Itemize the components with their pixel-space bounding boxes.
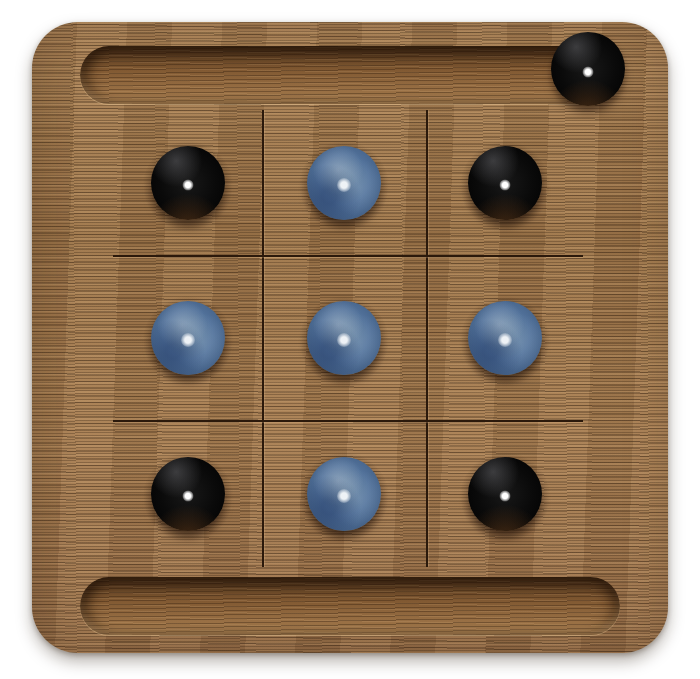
blue-marble[interactable] bbox=[307, 146, 381, 220]
marble-highlight-icon bbox=[182, 180, 193, 191]
marble-highlight-icon bbox=[337, 333, 351, 347]
cell-r2c3[interactable] bbox=[426, 255, 583, 420]
bottom-marble-tray bbox=[80, 577, 620, 635]
cell-r1c3[interactable] bbox=[426, 110, 583, 255]
game-board bbox=[32, 22, 668, 653]
spare-marble-slot[interactable] bbox=[551, 32, 625, 106]
top-marble-tray bbox=[80, 46, 620, 104]
cell-r2c1[interactable] bbox=[113, 255, 262, 420]
blue-marble[interactable] bbox=[468, 301, 542, 375]
marble-highlight-icon bbox=[337, 489, 351, 503]
marble-highlight-icon bbox=[583, 66, 594, 77]
marble-highlight-icon bbox=[181, 333, 195, 347]
black-marble[interactable] bbox=[551, 32, 625, 106]
marble-highlight-icon bbox=[337, 178, 351, 192]
black-marble[interactable] bbox=[151, 146, 225, 220]
cell-r3c1[interactable] bbox=[113, 420, 262, 567]
cell-r3c2[interactable] bbox=[262, 420, 426, 567]
marble-highlight-icon bbox=[498, 333, 512, 347]
stage bbox=[0, 0, 700, 679]
black-marble[interactable] bbox=[468, 457, 542, 531]
marble-highlight-icon bbox=[499, 180, 510, 191]
cell-r1c1[interactable] bbox=[113, 110, 262, 255]
blue-marble[interactable] bbox=[151, 301, 225, 375]
marble-highlight-icon bbox=[182, 491, 193, 502]
blue-marble[interactable] bbox=[307, 301, 381, 375]
cell-r1c2[interactable] bbox=[262, 110, 426, 255]
cell-r2c2[interactable] bbox=[262, 255, 426, 420]
cell-r3c3[interactable] bbox=[426, 420, 583, 567]
tictactoe-grid bbox=[113, 110, 583, 567]
black-marble[interactable] bbox=[151, 457, 225, 531]
black-marble[interactable] bbox=[468, 146, 542, 220]
marble-highlight-icon bbox=[499, 491, 510, 502]
blue-marble[interactable] bbox=[307, 457, 381, 531]
